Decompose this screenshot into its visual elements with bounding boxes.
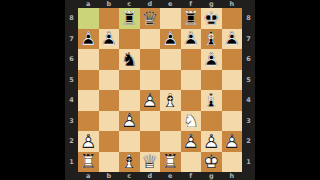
rook-glyph-outline: ♖ — [119, 8, 140, 29]
square-g8[interactable]: ♚♔ — [201, 8, 222, 29]
file-label-h: h — [222, 172, 243, 180]
square-f7[interactable]: ♟♙ — [181, 29, 202, 50]
rank-label-6: 6 — [65, 49, 78, 70]
square-e3[interactable] — [160, 111, 181, 132]
square-b6[interactable] — [99, 49, 120, 70]
square-e5[interactable] — [160, 70, 181, 91]
pawn-glyph-outline: ♙ — [119, 111, 140, 132]
pawn-glyph-outline: ♙ — [160, 29, 181, 50]
bishop-glyph-outline: ♗ — [119, 152, 140, 173]
bishop-glyph-outline: ♗ — [160, 90, 181, 111]
piece-black-knight[interactable]: ♞♘ — [119, 49, 140, 70]
file-labels-bottom: abcdefgh — [78, 172, 242, 180]
square-e4[interactable]: ♝♗ — [160, 90, 181, 111]
rank-labels-left: 87654321 — [65, 8, 78, 172]
square-h1[interactable] — [222, 152, 243, 173]
square-h8[interactable] — [222, 8, 243, 29]
file-label-b: b — [99, 172, 120, 180]
piece-white-knight[interactable]: ♞♘ — [181, 111, 202, 132]
file-label-a: a — [78, 172, 99, 180]
square-a8[interactable] — [78, 8, 99, 29]
square-f3[interactable]: ♞♘ — [181, 111, 202, 132]
square-g3[interactable] — [201, 111, 222, 132]
bishop-glyph-outline: ♗ — [201, 90, 222, 111]
square-c6[interactable]: ♞♘ — [119, 49, 140, 70]
piece-white-bishop[interactable]: ♝♗ — [119, 152, 140, 173]
rank-label-7: 7 — [242, 29, 255, 50]
square-a2[interactable]: ♟♙ — [78, 131, 99, 152]
piece-black-queen[interactable]: ♛♕ — [140, 8, 161, 29]
square-d1[interactable]: ♛♕ — [140, 152, 161, 173]
square-a5[interactable] — [78, 70, 99, 91]
piece-white-pawn[interactable]: ♟♙ — [140, 90, 161, 111]
bishop-glyph-outline: ♗ — [201, 29, 222, 50]
piece-white-bishop[interactable]: ♝♗ — [160, 90, 181, 111]
square-c8[interactable]: ♜♖ — [119, 8, 140, 29]
pawn-glyph-outline: ♙ — [99, 29, 120, 50]
square-c4[interactable] — [119, 90, 140, 111]
rank-label-1: 1 — [242, 152, 255, 173]
piece-white-queen[interactable]: ♛♕ — [140, 152, 161, 173]
rank-label-2: 2 — [65, 131, 78, 152]
square-b7[interactable]: ♟♙ — [99, 29, 120, 50]
square-g4[interactable]: ♝♗ — [201, 90, 222, 111]
piece-white-rook[interactable]: ♜♖ — [78, 152, 99, 173]
rank-label-5: 5 — [65, 70, 78, 91]
square-h4[interactable] — [222, 90, 243, 111]
piece-white-rook[interactable]: ♜♖ — [160, 152, 181, 173]
rank-label-7: 7 — [65, 29, 78, 50]
square-h2[interactable]: ♟♙ — [222, 131, 243, 152]
square-c1[interactable]: ♝♗ — [119, 152, 140, 173]
square-e2[interactable] — [160, 131, 181, 152]
rook-glyph-outline: ♖ — [181, 8, 202, 29]
rank-labels-right: 87654321 — [242, 8, 255, 172]
piece-black-rook[interactable]: ♜♖ — [181, 8, 202, 29]
file-label-f: f — [181, 172, 202, 180]
piece-black-pawn[interactable]: ♟♙ — [160, 29, 181, 50]
piece-black-pawn[interactable]: ♟♙ — [78, 29, 99, 50]
square-h6[interactable] — [222, 49, 243, 70]
rank-label-8: 8 — [65, 8, 78, 29]
piece-black-pawn[interactable]: ♟♙ — [222, 29, 243, 50]
square-e8[interactable] — [160, 8, 181, 29]
pawn-glyph-outline: ♙ — [222, 131, 243, 152]
square-f4[interactable] — [181, 90, 202, 111]
rank-label-2: 2 — [242, 131, 255, 152]
pawn-glyph-outline: ♙ — [201, 131, 222, 152]
square-a6[interactable] — [78, 49, 99, 70]
square-f5[interactable] — [181, 70, 202, 91]
square-f6[interactable] — [181, 49, 202, 70]
rank-label-4: 4 — [65, 90, 78, 111]
rank-label-3: 3 — [65, 111, 78, 132]
queen-glyph-outline: ♕ — [140, 8, 161, 29]
square-d7[interactable] — [140, 29, 161, 50]
rank-label-6: 6 — [242, 49, 255, 70]
square-a7[interactable]: ♟♙ — [78, 29, 99, 50]
square-d6[interactable] — [140, 49, 161, 70]
square-d4[interactable]: ♟♙ — [140, 90, 161, 111]
rank-label-1: 1 — [65, 152, 78, 173]
chess-board-frame: abcdefgh abcdefgh 87654321 87654321 ♜♖♛♕… — [65, 0, 255, 180]
piece-black-pawn[interactable]: ♟♙ — [181, 29, 202, 50]
piece-black-rook[interactable]: ♜♖ — [119, 8, 140, 29]
rook-glyph-outline: ♖ — [78, 152, 99, 173]
piece-white-pawn[interactable]: ♟♙ — [119, 111, 140, 132]
file-label-b: b — [99, 0, 120, 8]
video-letterbox: abcdefgh abcdefgh 87654321 87654321 ♜♖♛♕… — [0, 0, 320, 180]
file-label-a: a — [78, 0, 99, 8]
file-label-c: c — [119, 172, 140, 180]
file-label-d: d — [140, 172, 161, 180]
square-b8[interactable] — [99, 8, 120, 29]
piece-black-pawn[interactable]: ♟♙ — [99, 29, 120, 50]
file-label-g: g — [201, 172, 222, 180]
file-label-e: e — [160, 0, 181, 8]
square-f2[interactable]: ♟♙ — [181, 131, 202, 152]
square-h3[interactable] — [222, 111, 243, 132]
square-e7[interactable]: ♟♙ — [160, 29, 181, 50]
chess-board: ♜♖♛♕♜♖♚♔♟♙♟♙♟♙♟♙♝♗♟♙♞♘♟♙♟♙♝♗♝♗♟♙♞♘♟♙♟♙♟♙… — [78, 8, 242, 172]
square-b2[interactable] — [99, 131, 120, 152]
piece-white-king[interactable]: ♚♔ — [201, 152, 222, 173]
square-f1[interactable] — [181, 152, 202, 173]
piece-white-pawn[interactable]: ♟♙ — [78, 131, 99, 152]
square-b3[interactable] — [99, 111, 120, 132]
square-h7[interactable]: ♟♙ — [222, 29, 243, 50]
king-glyph-outline: ♔ — [201, 8, 222, 29]
knight-glyph-outline: ♘ — [181, 111, 202, 132]
square-a3[interactable] — [78, 111, 99, 132]
piece-black-bishop[interactable]: ♝♗ — [201, 90, 222, 111]
square-c2[interactable] — [119, 131, 140, 152]
rook-glyph-outline: ♖ — [160, 152, 181, 173]
square-b5[interactable] — [99, 70, 120, 91]
square-c3[interactable]: ♟♙ — [119, 111, 140, 132]
pawn-glyph-outline: ♙ — [181, 29, 202, 50]
square-g1[interactable]: ♚♔ — [201, 152, 222, 173]
rank-label-5: 5 — [242, 70, 255, 91]
king-glyph-outline: ♔ — [201, 152, 222, 173]
square-d8[interactable]: ♛♕ — [140, 8, 161, 29]
square-d2[interactable] — [140, 131, 161, 152]
square-e6[interactable] — [160, 49, 181, 70]
piece-white-pawn[interactable]: ♟♙ — [201, 131, 222, 152]
square-b1[interactable] — [99, 152, 120, 173]
square-g5[interactable] — [201, 70, 222, 91]
square-c7[interactable] — [119, 29, 140, 50]
rank-label-3: 3 — [242, 111, 255, 132]
square-e1[interactable]: ♜♖ — [160, 152, 181, 173]
pawn-glyph-outline: ♙ — [140, 90, 161, 111]
file-label-e: e — [160, 172, 181, 180]
rank-label-4: 4 — [242, 90, 255, 111]
file-label-h: h — [222, 0, 243, 8]
square-g7[interactable]: ♝♗ — [201, 29, 222, 50]
square-f8[interactable]: ♜♖ — [181, 8, 202, 29]
rank-label-8: 8 — [242, 8, 255, 29]
piece-white-pawn[interactable]: ♟♙ — [181, 131, 202, 152]
piece-white-pawn[interactable]: ♟♙ — [222, 131, 243, 152]
piece-black-king[interactable]: ♚♔ — [201, 8, 222, 29]
queen-glyph-outline: ♕ — [140, 152, 161, 173]
knight-glyph-outline: ♘ — [119, 49, 140, 70]
pawn-glyph-outline: ♙ — [201, 49, 222, 70]
square-d5[interactable] — [140, 70, 161, 91]
piece-black-bishop[interactable]: ♝♗ — [201, 29, 222, 50]
square-a1[interactable]: ♜♖ — [78, 152, 99, 173]
square-g2[interactable]: ♟♙ — [201, 131, 222, 152]
pawn-glyph-outline: ♙ — [78, 131, 99, 152]
pawn-glyph-outline: ♙ — [222, 29, 243, 50]
square-g6[interactable]: ♟♙ — [201, 49, 222, 70]
pawn-glyph-outline: ♙ — [181, 131, 202, 152]
square-d3[interactable] — [140, 111, 161, 132]
square-h5[interactable] — [222, 70, 243, 91]
square-a4[interactable] — [78, 90, 99, 111]
pawn-glyph-outline: ♙ — [78, 29, 99, 50]
piece-black-pawn[interactable]: ♟♙ — [201, 49, 222, 70]
square-c5[interactable] — [119, 70, 140, 91]
square-b4[interactable] — [99, 90, 120, 111]
